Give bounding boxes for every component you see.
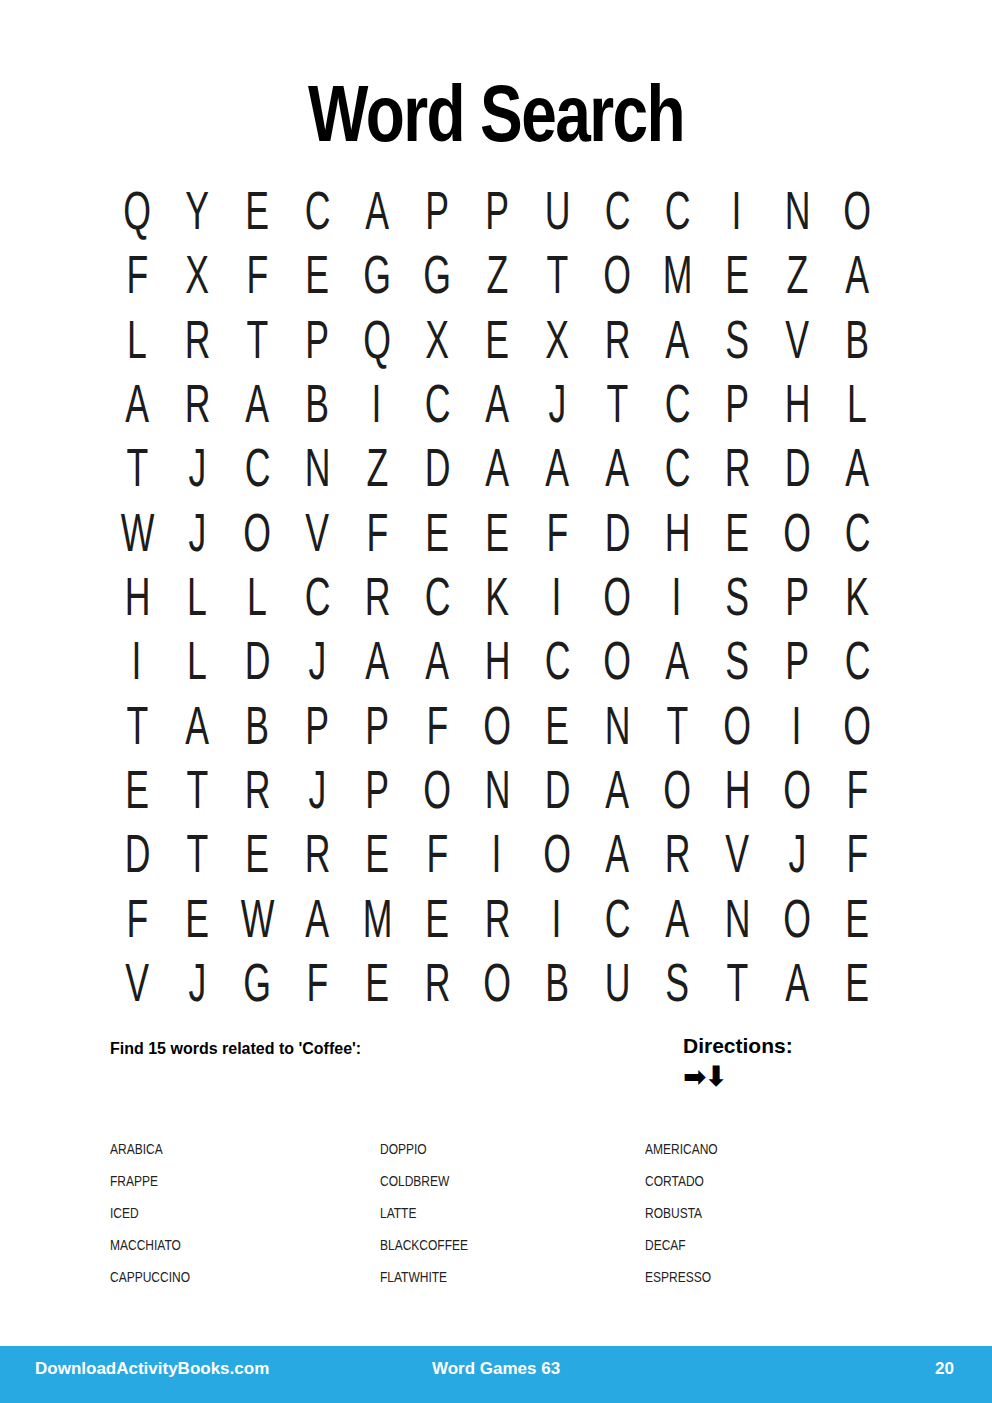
grid-letter: D	[784, 440, 810, 494]
grid-letter: T	[606, 376, 628, 430]
grid-cell-r5c13: A	[827, 435, 887, 499]
grid-letter: C	[424, 376, 450, 430]
grid-letter: A	[245, 376, 269, 430]
grid-letter: P	[305, 312, 329, 366]
grid-letter: I	[792, 698, 802, 752]
grid-letter: N	[304, 440, 330, 494]
grid-letter: N	[604, 698, 630, 752]
grid-letter: E	[725, 505, 749, 559]
grid-cell-r1c13: O	[827, 178, 887, 242]
directions-label: Directions:	[683, 1034, 883, 1058]
word-label: CAPPUCCINO	[110, 1268, 190, 1285]
grid-cell-r6c2: J	[167, 500, 227, 564]
grid-letter: M	[662, 247, 692, 301]
word-label: BLACKCOFFEE	[380, 1236, 468, 1253]
grid-letter: O	[603, 569, 631, 623]
word-list: ARABICAFRAPPEICEDMACCHIATOCAPPUCCINODOPP…	[110, 1132, 900, 1292]
grid-cell-r11c7: I	[467, 821, 527, 885]
grid-letter: P	[785, 633, 809, 687]
grid-cell-r13c12: A	[767, 950, 827, 1014]
word-label: LATTE	[380, 1204, 416, 1221]
grid-cell-r4c11: P	[707, 371, 767, 435]
word-item-decaf: DECAF	[645, 1228, 900, 1260]
grid-cell-r2c3: F	[227, 242, 287, 306]
grid-letter: A	[365, 633, 389, 687]
grid-cell-r8c6: A	[407, 628, 467, 692]
grid-letter: O	[423, 762, 451, 816]
grid-cell-r10c7: N	[467, 757, 527, 821]
grid-cell-r2c4: E	[287, 242, 347, 306]
grid-cell-r13c9: U	[587, 950, 647, 1014]
grid-letter: L	[247, 569, 267, 623]
word-label: ESPRESSO	[645, 1268, 711, 1285]
grid-cell-r12c8: I	[527, 885, 587, 949]
grid-cell-r13c2: J	[167, 950, 227, 1014]
grid-cell-r10c11: H	[707, 757, 767, 821]
grid-letter: R	[424, 955, 450, 1009]
grid-cell-r11c1: D	[107, 821, 167, 885]
grid-letter: E	[425, 891, 449, 945]
word-label: MACCHIATO	[110, 1236, 181, 1253]
grid-letter: A	[605, 440, 629, 494]
grid-letter: A	[845, 440, 869, 494]
grid-cell-r5c6: D	[407, 435, 467, 499]
grid-letter: C	[604, 891, 630, 945]
grid-cell-r2c7: Z	[467, 242, 527, 306]
grid-letter: Z	[486, 247, 508, 301]
grid-letter: F	[846, 826, 868, 880]
grid-letter: J	[308, 633, 326, 687]
grid-letter: V	[725, 826, 749, 880]
grid-letter: T	[246, 312, 268, 366]
grid-letter: Q	[363, 312, 391, 366]
word-item-cortado: CORTADO	[645, 1164, 900, 1196]
grid-cell-r2c8: T	[527, 242, 587, 306]
grid-cell-r11c8: O	[527, 821, 587, 885]
grid-cell-r2c13: A	[827, 242, 887, 306]
grid-cell-r6c1: W	[107, 500, 167, 564]
grid-letter: V	[785, 312, 809, 366]
grid-letter: Z	[786, 247, 808, 301]
word-item-blackcoffee: BLACKCOFFEE	[380, 1228, 645, 1260]
grid-letter: N	[784, 183, 810, 237]
grid-cell-r2c5: G	[347, 242, 407, 306]
grid-cell-r6c10: H	[647, 500, 707, 564]
grid-cell-r6c12: O	[767, 500, 827, 564]
grid-cell-r6c9: D	[587, 500, 647, 564]
grid-letter: J	[188, 955, 206, 1009]
grid-letter: J	[788, 826, 806, 880]
grid-letter: S	[725, 633, 749, 687]
grid-cell-r9c1: T	[107, 692, 167, 756]
grid-letter: C	[304, 183, 330, 237]
grid-letter: A	[305, 891, 329, 945]
grid-letter: D	[244, 633, 270, 687]
grid-letter: E	[185, 891, 209, 945]
grid-cell-r7c2: L	[167, 564, 227, 628]
grid-cell-r8c11: S	[707, 628, 767, 692]
grid-cell-r8c2: L	[167, 628, 227, 692]
grid-cell-r5c3: C	[227, 435, 287, 499]
grid-cell-r3c1: L	[107, 307, 167, 371]
grid-cell-r6c4: V	[287, 500, 347, 564]
grid-letter: L	[187, 569, 207, 623]
grid-cell-r7c8: I	[527, 564, 587, 628]
grid-cell-r1c2: Y	[167, 178, 227, 242]
grid-cell-r4c5: I	[347, 371, 407, 435]
grid-letter: P	[725, 376, 749, 430]
grid-cell-r11c9: A	[587, 821, 647, 885]
grid-cell-r3c11: S	[707, 307, 767, 371]
grid-cell-r4c9: T	[587, 371, 647, 435]
grid-cell-r11c6: F	[407, 821, 467, 885]
grid-letter: F	[366, 505, 388, 559]
grid-letter: O	[543, 826, 571, 880]
footer-bar: DownloadActivityBooks.com Word Games 63 …	[0, 1346, 992, 1403]
grid-cell-r2c6: G	[407, 242, 467, 306]
grid-cell-r9c5: P	[347, 692, 407, 756]
grid-cell-r11c12: J	[767, 821, 827, 885]
grid-cell-r7c11: S	[707, 564, 767, 628]
grid-letter: D	[544, 762, 570, 816]
grid-cell-r5c8: A	[527, 435, 587, 499]
grid-letter: C	[604, 183, 630, 237]
grid-letter: E	[365, 826, 389, 880]
grid-letter: O	[243, 505, 271, 559]
grid-cell-r10c5: P	[347, 757, 407, 821]
grid-cell-r6c8: F	[527, 500, 587, 564]
grid-letter: Q	[123, 183, 151, 237]
grid-letter: E	[485, 312, 509, 366]
grid-letter: A	[665, 891, 689, 945]
grid-cell-r9c2: A	[167, 692, 227, 756]
grid-cell-r10c6: O	[407, 757, 467, 821]
grid-letter: J	[188, 440, 206, 494]
grid-cell-r2c10: M	[647, 242, 707, 306]
grid-cell-r3c2: R	[167, 307, 227, 371]
grid-letter: K	[845, 569, 869, 623]
grid-letter: T	[666, 698, 688, 752]
grid-cell-r4c8: J	[527, 371, 587, 435]
grid-cell-r10c4: J	[287, 757, 347, 821]
grid-cell-r1c7: P	[467, 178, 527, 242]
grid-letter: W	[240, 891, 274, 945]
grid-letter: R	[724, 440, 750, 494]
grid-cell-r1c12: N	[767, 178, 827, 242]
grid-letter: N	[724, 891, 750, 945]
grid-cell-r9c12: I	[767, 692, 827, 756]
grid-cell-r1c6: P	[407, 178, 467, 242]
grid-letter: I	[552, 569, 562, 623]
grid-letter: C	[544, 633, 570, 687]
grid-letter: C	[844, 633, 870, 687]
grid-cell-r3c6: X	[407, 307, 467, 371]
grid-letter: T	[726, 955, 748, 1009]
grid-letter: E	[845, 891, 869, 945]
grid-cell-r12c7: R	[467, 885, 527, 949]
grid-letter: W	[120, 505, 154, 559]
grid-letter: I	[552, 891, 562, 945]
grid-cell-r3c12: V	[767, 307, 827, 371]
grid-letter: B	[845, 312, 869, 366]
grid-letter: R	[364, 569, 390, 623]
right-arrow-icon: ➡	[683, 1060, 704, 1093]
grid-cell-r11c11: V	[707, 821, 767, 885]
grid-cell-r8c1: I	[107, 628, 167, 692]
word-label: FLATWHITE	[380, 1268, 447, 1285]
grid-letter: A	[485, 440, 509, 494]
grid-letter: I	[132, 633, 142, 687]
grid-letter: S	[725, 312, 749, 366]
grid-letter: E	[845, 955, 869, 1009]
directions-arrows: ➡⬇	[683, 1060, 883, 1093]
grid-letter: R	[484, 891, 510, 945]
grid-cell-r9c10: T	[647, 692, 707, 756]
grid-cell-r13c1: V	[107, 950, 167, 1014]
grid-cell-r10c3: R	[227, 757, 287, 821]
word-item-coldbrew: COLDBREW	[380, 1164, 645, 1196]
word-item-arabica: ARABICA	[110, 1132, 380, 1164]
grid-cell-r6c3: O	[227, 500, 287, 564]
grid-letter: Z	[366, 440, 388, 494]
grid-letter: E	[125, 762, 149, 816]
grid-cell-r12c1: F	[107, 885, 167, 949]
grid-cell-r5c2: J	[167, 435, 227, 499]
grid-cell-r6c11: E	[707, 500, 767, 564]
grid-cell-r4c7: A	[467, 371, 527, 435]
grid-cell-r3c13: B	[827, 307, 887, 371]
grid-cell-r7c7: K	[467, 564, 527, 628]
grid-letter: O	[843, 183, 871, 237]
grid-letter: G	[423, 247, 451, 301]
grid-letter: U	[604, 955, 630, 1009]
grid-cell-r2c2: X	[167, 242, 227, 306]
grid-cell-r11c2: T	[167, 821, 227, 885]
grid-cell-r1c10: C	[647, 178, 707, 242]
grid-letter: H	[484, 633, 510, 687]
grid-letter: T	[126, 440, 148, 494]
grid-cell-r13c8: B	[527, 950, 587, 1014]
grid-cell-r7c4: C	[287, 564, 347, 628]
grid-letter: T	[186, 762, 208, 816]
grid-letter: E	[365, 955, 389, 1009]
grid-cell-r13c11: T	[707, 950, 767, 1014]
grid-letter: D	[424, 440, 450, 494]
grid-letter: P	[365, 762, 389, 816]
grid-letter: P	[425, 183, 449, 237]
grid-letter: A	[125, 376, 149, 430]
word-label: CORTADO	[645, 1172, 704, 1189]
grid-cell-r11c10: R	[647, 821, 707, 885]
grid-cell-r3c9: R	[587, 307, 647, 371]
grid-letter: V	[125, 955, 149, 1009]
grid-letter: F	[306, 955, 328, 1009]
grid-cell-r8c3: D	[227, 628, 287, 692]
grid-cell-r8c9: O	[587, 628, 647, 692]
grid-letter: O	[843, 698, 871, 752]
word-label: AMERICANO	[645, 1140, 718, 1157]
grid-cell-r4c13: L	[827, 371, 887, 435]
grid-letter: H	[724, 762, 750, 816]
word-item-robusta: ROBUSTA	[645, 1196, 900, 1228]
grid-letter: J	[188, 505, 206, 559]
grid-letter: C	[664, 376, 690, 430]
grid-cell-r7c13: K	[827, 564, 887, 628]
word-item-latte: LATTE	[380, 1196, 645, 1228]
grid-cell-r10c12: O	[767, 757, 827, 821]
grid-cell-r2c12: Z	[767, 242, 827, 306]
instruction-text: Find 15 words related to 'Coffee':	[110, 1040, 361, 1058]
word-label: ARABICA	[110, 1140, 163, 1157]
grid-letter: E	[485, 505, 509, 559]
grid-letter: F	[246, 247, 268, 301]
grid-letter: A	[665, 633, 689, 687]
grid-cell-r3c10: A	[647, 307, 707, 371]
grid-letter: F	[126, 891, 148, 945]
grid-letter: I	[672, 569, 682, 623]
grid-letter: E	[545, 698, 569, 752]
grid-cell-r12c3: W	[227, 885, 287, 949]
grid-letter: L	[187, 633, 207, 687]
grid-cell-r5c4: N	[287, 435, 347, 499]
grid-letter: S	[665, 955, 689, 1009]
grid-letter: E	[245, 826, 269, 880]
word-label: COLDBREW	[380, 1172, 449, 1189]
grid-cell-r10c8: D	[527, 757, 587, 821]
grid-cell-r6c13: C	[827, 500, 887, 564]
grid-cell-r3c8: X	[527, 307, 587, 371]
grid-letter: M	[362, 891, 392, 945]
grid-letter: R	[184, 376, 210, 430]
grid-letter: O	[783, 762, 811, 816]
grid-letter: D	[124, 826, 150, 880]
grid-cell-r13c7: O	[467, 950, 527, 1014]
grid-cell-r8c7: H	[467, 628, 527, 692]
grid-letter: C	[664, 440, 690, 494]
footer-site-link: DownloadActivityBooks.com	[35, 1359, 269, 1379]
grid-cell-r12c11: N	[707, 885, 767, 949]
grid-letter: C	[244, 440, 270, 494]
word-label: FRAPPE	[110, 1172, 158, 1189]
grid-cell-r7c10: I	[647, 564, 707, 628]
grid-cell-r1c5: A	[347, 178, 407, 242]
grid-cell-r9c3: B	[227, 692, 287, 756]
grid-letter: X	[545, 312, 569, 366]
grid-cell-r2c1: F	[107, 242, 167, 306]
grid-cell-r9c9: N	[587, 692, 647, 756]
grid-letter: O	[783, 891, 811, 945]
grid-cell-r12c2: E	[167, 885, 227, 949]
grid-cell-r3c3: T	[227, 307, 287, 371]
word-column-1: ARABICAFRAPPEICEDMACCHIATOCAPPUCCINO	[110, 1132, 380, 1292]
grid-letter: T	[546, 247, 568, 301]
grid-cell-r5c9: A	[587, 435, 647, 499]
grid-cell-r13c4: F	[287, 950, 347, 1014]
grid-cell-r8c10: A	[647, 628, 707, 692]
grid-letter: A	[185, 698, 209, 752]
grid-cell-r2c9: O	[587, 242, 647, 306]
word-item-espresso: ESPRESSO	[645, 1260, 900, 1292]
grid-cell-r1c4: C	[287, 178, 347, 242]
grid-letter: L	[127, 312, 147, 366]
grid-cell-r3c7: E	[467, 307, 527, 371]
grid-letter: T	[186, 826, 208, 880]
grid-letter: F	[126, 247, 148, 301]
grid-letter: J	[548, 376, 566, 430]
grid-cell-r3c4: P	[287, 307, 347, 371]
grid-letter: E	[245, 183, 269, 237]
grid-cell-r7c3: L	[227, 564, 287, 628]
grid-letter: R	[604, 312, 630, 366]
grid-letter: B	[245, 698, 269, 752]
grid-letter: A	[665, 312, 689, 366]
grid-letter: P	[305, 698, 329, 752]
grid-cell-r13c5: E	[347, 950, 407, 1014]
grid-letter: G	[243, 955, 271, 1009]
grid-letter: A	[545, 440, 569, 494]
grid-cell-r10c9: A	[587, 757, 647, 821]
grid-letter: H	[664, 505, 690, 559]
grid-cell-r10c2: T	[167, 757, 227, 821]
grid-cell-r1c1: Q	[107, 178, 167, 242]
grid-cell-r12c4: A	[287, 885, 347, 949]
grid-letter: P	[485, 183, 509, 237]
word-column-3: AMERICANOCORTADOROBUSTADECAFESPRESSO	[645, 1132, 900, 1292]
grid-cell-r9c11: O	[707, 692, 767, 756]
grid-cell-r10c1: E	[107, 757, 167, 821]
grid-letter: E	[305, 247, 329, 301]
grid-cell-r5c10: C	[647, 435, 707, 499]
word-item-flatwhite: FLATWHITE	[380, 1260, 645, 1292]
down-arrow-icon: ⬇	[704, 1060, 725, 1093]
grid-cell-r8c13: C	[827, 628, 887, 692]
grid-cell-r11c13: F	[827, 821, 887, 885]
grid-cell-r4c3: A	[227, 371, 287, 435]
grid-letter: X	[185, 247, 209, 301]
grid-letter: A	[605, 762, 629, 816]
grid-letter: A	[485, 376, 509, 430]
grid-cell-r12c10: A	[647, 885, 707, 949]
grid-cell-r12c12: O	[767, 885, 827, 949]
grid-cell-r9c7: O	[467, 692, 527, 756]
footer-page-number: 20	[935, 1359, 954, 1379]
grid-letter: A	[785, 955, 809, 1009]
grid-cell-r12c13: E	[827, 885, 887, 949]
word-item-frappe: FRAPPE	[110, 1164, 380, 1196]
grid-letter: V	[305, 505, 329, 559]
grid-cell-r7c12: P	[767, 564, 827, 628]
grid-letter: A	[605, 826, 629, 880]
grid-cell-r9c6: F	[407, 692, 467, 756]
grid-cell-r8c12: P	[767, 628, 827, 692]
grid-cell-r1c8: U	[527, 178, 587, 242]
grid-letter: B	[545, 955, 569, 1009]
grid-cell-r13c6: R	[407, 950, 467, 1014]
grid-letter: O	[483, 698, 511, 752]
grid-cell-r10c10: O	[647, 757, 707, 821]
grid-letter: K	[485, 569, 509, 623]
grid-cell-r4c4: B	[287, 371, 347, 435]
grid-cell-r7c5: R	[347, 564, 407, 628]
grid-letter: E	[725, 247, 749, 301]
grid-letter: P	[365, 698, 389, 752]
grid-cell-r3c5: Q	[347, 307, 407, 371]
grid-cell-r10c13: F	[827, 757, 887, 821]
grid-cell-r5c7: A	[467, 435, 527, 499]
grid-letter: P	[785, 569, 809, 623]
grid-letter: O	[783, 505, 811, 559]
grid-letter: A	[365, 183, 389, 237]
